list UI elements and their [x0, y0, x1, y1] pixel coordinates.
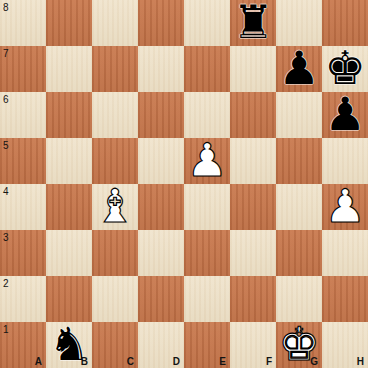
square-g5[interactable] [276, 138, 322, 184]
file-label-d: D [173, 356, 180, 367]
black-king[interactable]: ♚ [324, 45, 365, 91]
square-d3[interactable] [138, 230, 184, 276]
square-b1[interactable]: B♞ [46, 322, 92, 368]
square-f4[interactable] [230, 184, 276, 230]
square-c3[interactable] [92, 230, 138, 276]
black-knight[interactable]: ♞ [48, 321, 89, 367]
square-c6[interactable] [92, 92, 138, 138]
square-h6[interactable]: ♟ [322, 92, 368, 138]
square-d6[interactable] [138, 92, 184, 138]
square-e1[interactable]: E [184, 322, 230, 368]
square-d4[interactable] [138, 184, 184, 230]
square-h3[interactable] [322, 230, 368, 276]
file-label-f: F [266, 356, 272, 367]
square-c7[interactable] [92, 46, 138, 92]
square-a3[interactable]: 3 [0, 230, 46, 276]
white-king[interactable]: ♚ [278, 321, 319, 367]
square-g2[interactable] [276, 276, 322, 322]
square-f2[interactable] [230, 276, 276, 322]
square-e7[interactable] [184, 46, 230, 92]
rank-label-8: 8 [3, 2, 9, 13]
rank-label-3: 3 [3, 232, 9, 243]
square-c2[interactable] [92, 276, 138, 322]
square-a2[interactable]: 2 [0, 276, 46, 322]
square-e4[interactable] [184, 184, 230, 230]
square-g4[interactable] [276, 184, 322, 230]
black-pawn[interactable]: ♟ [324, 91, 365, 137]
square-h1[interactable]: H [322, 322, 368, 368]
square-e8[interactable] [184, 0, 230, 46]
square-f8[interactable]: ♜ [230, 0, 276, 46]
file-label-c: C [127, 356, 134, 367]
rank-label-5: 5 [3, 140, 9, 151]
square-a5[interactable]: 5 [0, 138, 46, 184]
file-label-e: E [219, 356, 226, 367]
rank-label-6: 6 [3, 94, 9, 105]
file-label-h: H [357, 356, 364, 367]
square-b2[interactable] [46, 276, 92, 322]
square-b6[interactable] [46, 92, 92, 138]
square-e6[interactable] [184, 92, 230, 138]
black-pawn[interactable]: ♟ [278, 45, 319, 91]
square-c8[interactable] [92, 0, 138, 46]
square-h2[interactable] [322, 276, 368, 322]
square-d7[interactable] [138, 46, 184, 92]
rank-label-4: 4 [3, 186, 9, 197]
square-e3[interactable] [184, 230, 230, 276]
square-a4[interactable]: 4 [0, 184, 46, 230]
chess-board: 8♜7♟♚6♟5♟4♝♟321AB♞CDEFG♚H [0, 0, 368, 368]
square-g6[interactable] [276, 92, 322, 138]
square-g8[interactable] [276, 0, 322, 46]
square-d8[interactable] [138, 0, 184, 46]
square-b5[interactable] [46, 138, 92, 184]
square-g7[interactable]: ♟ [276, 46, 322, 92]
square-c5[interactable] [92, 138, 138, 184]
square-g1[interactable]: G♚ [276, 322, 322, 368]
rank-label-1: 1 [3, 324, 9, 335]
rank-label-2: 2 [3, 278, 9, 289]
square-a6[interactable]: 6 [0, 92, 46, 138]
square-b8[interactable] [46, 0, 92, 46]
square-g3[interactable] [276, 230, 322, 276]
square-a7[interactable]: 7 [0, 46, 46, 92]
square-a8[interactable]: 8 [0, 0, 46, 46]
file-label-a: A [35, 356, 42, 367]
square-h5[interactable] [322, 138, 368, 184]
square-b7[interactable] [46, 46, 92, 92]
square-e5[interactable]: ♟ [184, 138, 230, 184]
square-b3[interactable] [46, 230, 92, 276]
square-a1[interactable]: 1A [0, 322, 46, 368]
white-bishop[interactable]: ♝ [94, 183, 135, 229]
square-d2[interactable] [138, 276, 184, 322]
square-f3[interactable] [230, 230, 276, 276]
square-c4[interactable]: ♝ [92, 184, 138, 230]
square-f7[interactable] [230, 46, 276, 92]
white-pawn[interactable]: ♟ [324, 183, 365, 229]
square-e2[interactable] [184, 276, 230, 322]
square-d5[interactable] [138, 138, 184, 184]
square-h4[interactable]: ♟ [322, 184, 368, 230]
white-pawn[interactable]: ♟ [186, 137, 227, 183]
square-h7[interactable]: ♚ [322, 46, 368, 92]
square-f1[interactable]: F [230, 322, 276, 368]
square-b4[interactable] [46, 184, 92, 230]
square-f6[interactable] [230, 92, 276, 138]
rank-label-7: 7 [3, 48, 9, 59]
square-d1[interactable]: D [138, 322, 184, 368]
square-c1[interactable]: C [92, 322, 138, 368]
square-f5[interactable] [230, 138, 276, 184]
square-h8[interactable] [322, 0, 368, 46]
black-rook[interactable]: ♜ [232, 0, 273, 45]
